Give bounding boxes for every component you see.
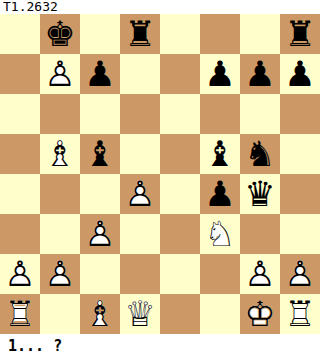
square-b3[interactable] (40, 214, 80, 254)
piece-glyph-outline: ♙ (240, 254, 280, 294)
piece-black-pawn: ♟ (280, 54, 320, 94)
piece-glyph: ♟ (240, 54, 280, 94)
square-h6[interactable] (280, 94, 320, 134)
piece-black-bishop: ♝ (80, 134, 120, 174)
piece-glyph-outline: ♖ (0, 294, 40, 334)
square-b7[interactable]: ♟♙ (40, 54, 80, 94)
square-c5[interactable]: ♝ (80, 134, 120, 174)
piece-white-pawn: ♟♙ (40, 54, 80, 94)
square-a6[interactable] (0, 94, 40, 134)
square-d1[interactable]: ♛♕ (120, 294, 160, 334)
square-c8[interactable] (80, 14, 120, 54)
piece-black-pawn: ♟ (200, 54, 240, 94)
square-e3[interactable] (160, 214, 200, 254)
square-f7[interactable]: ♟ (200, 54, 240, 94)
square-g4[interactable]: ♛ (240, 174, 280, 214)
square-d6[interactable] (120, 94, 160, 134)
square-a3[interactable] (0, 214, 40, 254)
square-e2[interactable] (160, 254, 200, 294)
piece-glyph-outline: ♕ (120, 294, 160, 334)
piece-white-pawn: ♟♙ (280, 254, 320, 294)
piece-glyph-outline: ♙ (80, 214, 120, 254)
square-d3[interactable] (120, 214, 160, 254)
piece-glyph-outline: ♙ (0, 254, 40, 294)
piece-black-rook: ♜ (120, 14, 160, 54)
piece-black-rook: ♜ (280, 14, 320, 54)
square-e6[interactable] (160, 94, 200, 134)
square-f8[interactable] (200, 14, 240, 54)
square-h2[interactable]: ♟♙ (280, 254, 320, 294)
square-f1[interactable] (200, 294, 240, 334)
piece-glyph: ♝ (80, 134, 120, 174)
piece-white-bishop: ♝♗ (40, 134, 80, 174)
piece-glyph: ♟ (80, 54, 120, 94)
piece-white-pawn: ♟♙ (40, 254, 80, 294)
piece-glyph: ♞ (240, 134, 280, 174)
piece-white-queen: ♛♕ (120, 294, 160, 334)
square-a4[interactable] (0, 174, 40, 214)
piece-white-pawn: ♟♙ (240, 254, 280, 294)
piece-white-bishop: ♝♗ (80, 294, 120, 334)
piece-white-pawn: ♟♙ (120, 174, 160, 214)
piece-black-queen: ♛ (240, 174, 280, 214)
square-f2[interactable] (200, 254, 240, 294)
square-f5[interactable]: ♝ (200, 134, 240, 174)
piece-glyph-outline: ♙ (120, 174, 160, 214)
square-e4[interactable] (160, 174, 200, 214)
square-b4[interactable] (40, 174, 80, 214)
square-a7[interactable] (0, 54, 40, 94)
square-b2[interactable]: ♟♙ (40, 254, 80, 294)
square-h7[interactable]: ♟ (280, 54, 320, 94)
piece-glyph-outline: ♙ (40, 254, 80, 294)
piece-glyph: ♚ (40, 14, 80, 54)
square-h5[interactable] (280, 134, 320, 174)
puzzle-id: T1.2632 (0, 0, 320, 14)
piece-white-king: ♚♔ (240, 294, 280, 334)
square-h1[interactable]: ♜♖ (280, 294, 320, 334)
square-c4[interactable] (80, 174, 120, 214)
piece-glyph: ♟ (200, 174, 240, 214)
square-d4[interactable]: ♟♙ (120, 174, 160, 214)
square-b8[interactable]: ♚ (40, 14, 80, 54)
piece-glyph-outline: ♔ (240, 294, 280, 334)
square-f3[interactable]: ♞♘ (200, 214, 240, 254)
square-c7[interactable]: ♟ (80, 54, 120, 94)
piece-glyph: ♟ (280, 54, 320, 94)
square-g1[interactable]: ♚♔ (240, 294, 280, 334)
square-h4[interactable] (280, 174, 320, 214)
piece-white-rook: ♜♖ (280, 294, 320, 334)
piece-glyph-outline: ♗ (40, 134, 80, 174)
square-d5[interactable] (120, 134, 160, 174)
square-d7[interactable] (120, 54, 160, 94)
square-a5[interactable] (0, 134, 40, 174)
piece-glyph: ♜ (280, 14, 320, 54)
square-b1[interactable] (40, 294, 80, 334)
piece-black-knight: ♞ (240, 134, 280, 174)
square-f6[interactable] (200, 94, 240, 134)
square-d8[interactable]: ♜ (120, 14, 160, 54)
piece-glyph: ♟ (200, 54, 240, 94)
piece-glyph-outline: ♘ (200, 214, 240, 254)
piece-glyph-outline: ♗ (80, 294, 120, 334)
square-a8[interactable] (0, 14, 40, 54)
piece-glyph: ♝ (200, 134, 240, 174)
piece-glyph: ♜ (120, 14, 160, 54)
piece-black-pawn: ♟ (240, 54, 280, 94)
piece-glyph-outline: ♙ (40, 54, 80, 94)
square-a1[interactable]: ♜♖ (0, 294, 40, 334)
piece-white-pawn: ♟♙ (80, 214, 120, 254)
move-prompt: 1... ? (0, 334, 320, 360)
square-g2[interactable]: ♟♙ (240, 254, 280, 294)
square-c2[interactable] (80, 254, 120, 294)
piece-glyph: ♛ (240, 174, 280, 214)
square-c3[interactable]: ♟♙ (80, 214, 120, 254)
square-c6[interactable] (80, 94, 120, 134)
square-d2[interactable] (120, 254, 160, 294)
square-g6[interactable] (240, 94, 280, 134)
square-c1[interactable]: ♝♗ (80, 294, 120, 334)
piece-black-king: ♚ (40, 14, 80, 54)
square-a2[interactable]: ♟♙ (0, 254, 40, 294)
piece-black-pawn: ♟ (200, 174, 240, 214)
square-g5[interactable]: ♞ (240, 134, 280, 174)
piece-white-pawn: ♟♙ (0, 254, 40, 294)
piece-black-pawn: ♟ (80, 54, 120, 94)
square-b5[interactable]: ♝♗ (40, 134, 80, 174)
square-g8[interactable] (240, 14, 280, 54)
piece-glyph-outline: ♖ (280, 294, 320, 334)
square-b6[interactable] (40, 94, 80, 134)
square-f4[interactable]: ♟ (200, 174, 240, 214)
square-e8[interactable] (160, 14, 200, 54)
piece-white-rook: ♜♖ (0, 294, 40, 334)
square-g3[interactable] (240, 214, 280, 254)
square-e7[interactable] (160, 54, 200, 94)
piece-glyph-outline: ♙ (280, 254, 320, 294)
chess-board: ♚♜♜♟♙♟♟♟♟♝♗♝♝♞♟♙♟♛♟♙♞♘♟♙♟♙♟♙♟♙♜♖♝♗♛♕♚♔♜♖ (0, 14, 320, 334)
chess-puzzle-app: T1.2632 ♚♜♜♟♙♟♟♟♟♝♗♝♝♞♟♙♟♛♟♙♞♘♟♙♟♙♟♙♟♙♜♖… (0, 0, 320, 360)
square-h8[interactable]: ♜ (280, 14, 320, 54)
square-h3[interactable] (280, 214, 320, 254)
square-e5[interactable] (160, 134, 200, 174)
piece-black-bishop: ♝ (200, 134, 240, 174)
square-e1[interactable] (160, 294, 200, 334)
piece-white-knight: ♞♘ (200, 214, 240, 254)
square-g7[interactable]: ♟ (240, 54, 280, 94)
